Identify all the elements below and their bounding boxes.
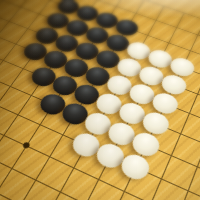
go-board xyxy=(0,0,200,200)
go-board-photo-scene xyxy=(0,0,200,200)
